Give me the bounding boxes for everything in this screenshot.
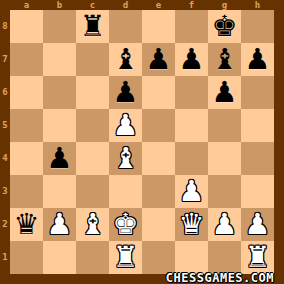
square-b1[interactable] (43, 241, 76, 274)
square-e2[interactable] (142, 208, 175, 241)
square-f8[interactable] (175, 10, 208, 43)
rank-label-1: 1 (0, 241, 10, 274)
square-d8[interactable] (109, 10, 142, 43)
square-h7[interactable]: ♟ (241, 43, 274, 76)
square-g8[interactable]: ♚ (208, 10, 241, 43)
white-bishop: ♝ (80, 208, 106, 241)
square-g1[interactable] (208, 241, 241, 274)
black-bishop: ♝ (113, 43, 139, 76)
square-b6[interactable] (43, 76, 76, 109)
square-e1[interactable] (142, 241, 175, 274)
white-pawn: ♟ (245, 208, 271, 241)
black-pawn: ♟ (179, 43, 205, 76)
square-e4[interactable] (142, 142, 175, 175)
square-b7[interactable] (43, 43, 76, 76)
square-a5[interactable] (10, 109, 43, 142)
rank-label-8: 8 (0, 10, 10, 43)
square-c6[interactable] (76, 76, 109, 109)
white-queen: ♛ (179, 208, 205, 241)
rank-label-6: 6 (0, 76, 10, 109)
square-a2[interactable]: ♛ (10, 208, 43, 241)
white-pawn: ♟ (179, 175, 205, 208)
file-label-e: e (142, 0, 175, 10)
square-d1[interactable]: ♜ (109, 241, 142, 274)
square-h4[interactable] (241, 142, 274, 175)
square-a3[interactable] (10, 175, 43, 208)
square-d3[interactable] (109, 175, 142, 208)
square-f2[interactable]: ♛ (175, 208, 208, 241)
square-a8[interactable] (10, 10, 43, 43)
rank-label-5: 5 (0, 109, 10, 142)
site-watermark: CHESSGAMES.COM (166, 272, 274, 284)
square-c3[interactable] (76, 175, 109, 208)
square-h2[interactable]: ♟ (241, 208, 274, 241)
chessboard-frame: abcdefgh 87654321 ♜♚♝♟♟♝♟♟♟♟♟♝♟♛♟♝♚♛♟♟♜♜… (0, 0, 284, 284)
black-queen: ♛ (14, 208, 40, 241)
white-rook: ♜ (245, 241, 271, 274)
square-e6[interactable] (142, 76, 175, 109)
square-b5[interactable] (43, 109, 76, 142)
rank-label-4: 4 (0, 142, 10, 175)
square-f6[interactable] (175, 76, 208, 109)
square-c1[interactable] (76, 241, 109, 274)
square-b8[interactable] (43, 10, 76, 43)
white-king: ♚ (113, 208, 139, 241)
square-d5[interactable]: ♟ (109, 109, 142, 142)
chess-board: ♜♚♝♟♟♝♟♟♟♟♟♝♟♛♟♝♚♛♟♟♜♜ (10, 10, 274, 274)
square-f7[interactable]: ♟ (175, 43, 208, 76)
white-pawn: ♟ (113, 109, 139, 142)
file-label-a: a (10, 0, 43, 10)
white-pawn: ♟ (212, 208, 238, 241)
square-c2[interactable]: ♝ (76, 208, 109, 241)
square-g7[interactable]: ♝ (208, 43, 241, 76)
square-e3[interactable] (142, 175, 175, 208)
square-f3[interactable]: ♟ (175, 175, 208, 208)
square-e7[interactable]: ♟ (142, 43, 175, 76)
file-label-f: f (175, 0, 208, 10)
square-h8[interactable] (241, 10, 274, 43)
rank-labels: 87654321 (0, 10, 10, 274)
black-pawn: ♟ (212, 76, 238, 109)
file-label-h: h (241, 0, 274, 10)
square-b3[interactable] (43, 175, 76, 208)
file-label-b: b (43, 0, 76, 10)
square-a4[interactable] (10, 142, 43, 175)
white-bishop: ♝ (113, 142, 139, 175)
black-rook: ♜ (80, 10, 106, 43)
black-pawn: ♟ (245, 43, 271, 76)
rank-label-7: 7 (0, 43, 10, 76)
square-c8[interactable]: ♜ (76, 10, 109, 43)
square-c4[interactable] (76, 142, 109, 175)
square-c5[interactable] (76, 109, 109, 142)
square-b4[interactable]: ♟ (43, 142, 76, 175)
square-f5[interactable] (175, 109, 208, 142)
black-bishop: ♝ (212, 43, 238, 76)
square-g4[interactable] (208, 142, 241, 175)
square-e5[interactable] (142, 109, 175, 142)
square-f4[interactable] (175, 142, 208, 175)
square-e8[interactable] (142, 10, 175, 43)
rank-label-2: 2 (0, 208, 10, 241)
black-pawn: ♟ (113, 76, 139, 109)
black-pawn: ♟ (146, 43, 172, 76)
square-f1[interactable] (175, 241, 208, 274)
square-g6[interactable]: ♟ (208, 76, 241, 109)
square-a6[interactable] (10, 76, 43, 109)
white-pawn: ♟ (47, 208, 73, 241)
black-king: ♚ (212, 10, 238, 43)
square-g5[interactable] (208, 109, 241, 142)
white-rook: ♜ (113, 241, 139, 274)
square-g2[interactable]: ♟ (208, 208, 241, 241)
file-label-d: d (109, 0, 142, 10)
square-d7[interactable]: ♝ (109, 43, 142, 76)
square-d4[interactable]: ♝ (109, 142, 142, 175)
square-g3[interactable] (208, 175, 241, 208)
square-h6[interactable] (241, 76, 274, 109)
square-h1[interactable]: ♜ (241, 241, 274, 274)
square-c7[interactable] (76, 43, 109, 76)
square-h3[interactable] (241, 175, 274, 208)
square-h5[interactable] (241, 109, 274, 142)
square-a1[interactable] (10, 241, 43, 274)
rank-label-3: 3 (0, 175, 10, 208)
square-a7[interactable] (10, 43, 43, 76)
black-pawn: ♟ (47, 142, 73, 175)
square-d2[interactable]: ♚ (109, 208, 142, 241)
square-d6[interactable]: ♟ (109, 76, 142, 109)
square-b2[interactable]: ♟ (43, 208, 76, 241)
